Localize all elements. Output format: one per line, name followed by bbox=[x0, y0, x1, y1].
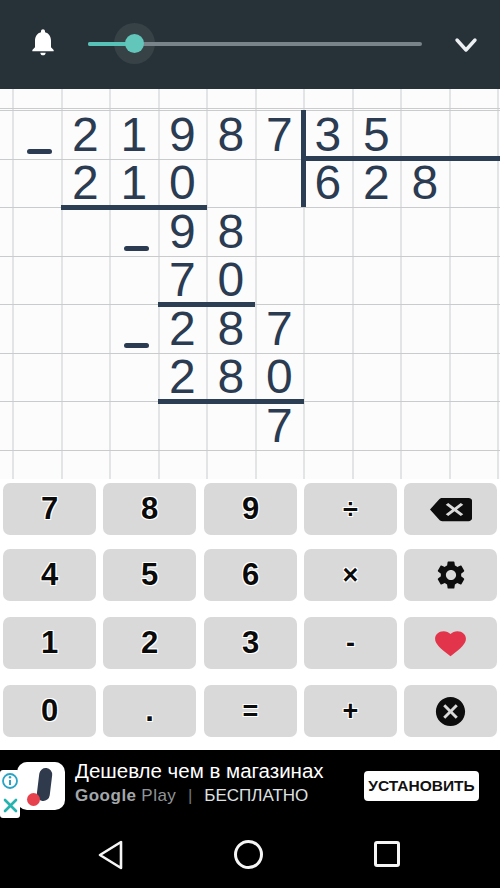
close-icon bbox=[433, 694, 468, 729]
key-minus[interactable]: - bbox=[304, 617, 397, 669]
board-minus-sign bbox=[124, 246, 149, 251]
key-3[interactable]: 3 bbox=[204, 617, 297, 669]
division-rule-horizontal bbox=[304, 156, 500, 161]
board-digit: 7 bbox=[255, 304, 304, 353]
key-label: 8 bbox=[141, 491, 158, 527]
key-label: 6 bbox=[242, 557, 259, 593]
key-6[interactable]: 6 bbox=[204, 549, 297, 601]
key-label: 1 bbox=[41, 625, 58, 661]
ad-app-logo-dot bbox=[27, 793, 40, 806]
division-board: 219873521062898702872807 bbox=[0, 89, 500, 479]
ad-subline: Google Play | БЕСПЛАТНО bbox=[75, 786, 308, 806]
ad-app-icon[interactable] bbox=[17, 762, 65, 810]
key-label: = bbox=[243, 696, 259, 727]
settings-icon bbox=[434, 558, 468, 592]
division-rule-horizontal bbox=[158, 399, 304, 404]
board-digit: 8 bbox=[401, 159, 450, 208]
key-label: - bbox=[346, 628, 355, 659]
key-heart[interactable] bbox=[404, 617, 497, 669]
notification-bell-icon bbox=[27, 26, 59, 58]
board-digit: 6 bbox=[304, 159, 353, 208]
board-digit: 8 bbox=[207, 110, 256, 159]
ad-price-label: БЕСПЛАТНО bbox=[204, 786, 308, 805]
board-digit: 2 bbox=[61, 110, 110, 159]
android-nav-bar bbox=[0, 822, 500, 888]
recents-button[interactable] bbox=[373, 840, 401, 868]
notification-shade bbox=[0, 0, 500, 89]
adchoices-info-icon[interactable] bbox=[1, 772, 19, 790]
key-label: 0 bbox=[41, 693, 58, 729]
key-multiply[interactable]: × bbox=[304, 549, 397, 601]
board-minus-sign bbox=[27, 149, 52, 154]
key-label: 3 bbox=[242, 625, 259, 661]
board-digit: 1 bbox=[110, 159, 159, 208]
ad-banner[interactable]: Дешевле чем в магазинах Google Play | БЕ… bbox=[0, 750, 500, 822]
board-digit: 0 bbox=[207, 256, 256, 305]
board-digit: 5 bbox=[352, 110, 401, 159]
chevron-down-icon[interactable] bbox=[452, 33, 480, 57]
key-label: 4 bbox=[41, 557, 58, 593]
key-0[interactable]: 0 bbox=[3, 685, 96, 737]
key-label: 2 bbox=[141, 625, 158, 661]
key-label: + bbox=[343, 696, 359, 727]
key-settings[interactable] bbox=[404, 549, 497, 601]
ad-install-button[interactable]: УСТАНОВИТЬ bbox=[364, 771, 479, 801]
board-digit: 2 bbox=[61, 159, 110, 208]
key-backspace[interactable] bbox=[404, 483, 497, 535]
board-minus-sign bbox=[124, 343, 149, 348]
ad-separator: | bbox=[181, 786, 199, 805]
division-rule-horizontal bbox=[158, 302, 255, 307]
key-label: 5 bbox=[141, 557, 158, 593]
key-label: . bbox=[145, 693, 154, 729]
board-digit: 9 bbox=[158, 207, 207, 256]
board-digit: 2 bbox=[158, 304, 207, 353]
key-divide[interactable]: ÷ bbox=[304, 483, 397, 535]
board-digit: 7 bbox=[158, 256, 207, 305]
division-rule-horizontal bbox=[61, 205, 207, 210]
adchoices-chip bbox=[0, 770, 20, 818]
home-button[interactable] bbox=[233, 839, 264, 870]
board-digit: 8 bbox=[207, 207, 256, 256]
key-label: × bbox=[343, 560, 359, 591]
key-5[interactable]: 5 bbox=[103, 549, 196, 601]
google-play-logo-google: Google bbox=[75, 786, 137, 805]
key-7[interactable]: 7 bbox=[3, 483, 96, 535]
key-9[interactable]: 9 bbox=[204, 483, 297, 535]
key-4[interactable]: 4 bbox=[3, 549, 96, 601]
key-8[interactable]: 8 bbox=[103, 483, 196, 535]
key-label: 9 bbox=[242, 491, 259, 527]
ad-headline: Дешевле чем в магазинах bbox=[75, 759, 324, 783]
board-digit: 7 bbox=[255, 401, 304, 450]
key-label: ÷ bbox=[343, 494, 358, 525]
key-label: 7 bbox=[41, 491, 58, 527]
board-digit: 2 bbox=[352, 159, 401, 208]
board-digit: 2 bbox=[158, 353, 207, 402]
board-digit: 8 bbox=[207, 353, 256, 402]
key-1[interactable]: 1 bbox=[3, 617, 96, 669]
board-digit: 0 bbox=[255, 353, 304, 402]
heart-icon bbox=[432, 627, 469, 660]
back-button[interactable] bbox=[96, 838, 126, 872]
board-digit: 9 bbox=[158, 110, 207, 159]
key-plus[interactable]: + bbox=[304, 685, 397, 737]
key-decimal[interactable]: . bbox=[103, 685, 196, 737]
board-digit: 8 bbox=[207, 304, 256, 353]
backspace-icon bbox=[430, 494, 472, 525]
ad-dismiss-close-icon[interactable] bbox=[2, 797, 19, 814]
board-digit: 7 bbox=[255, 110, 304, 159]
board-digit: 3 bbox=[304, 110, 353, 159]
board-digit: 0 bbox=[158, 159, 207, 208]
key-2[interactable]: 2 bbox=[103, 617, 196, 669]
key-close[interactable] bbox=[404, 685, 497, 737]
key-equals[interactable]: = bbox=[204, 685, 297, 737]
board-digit: 1 bbox=[110, 110, 159, 159]
google-play-logo-play: Play bbox=[141, 786, 176, 805]
